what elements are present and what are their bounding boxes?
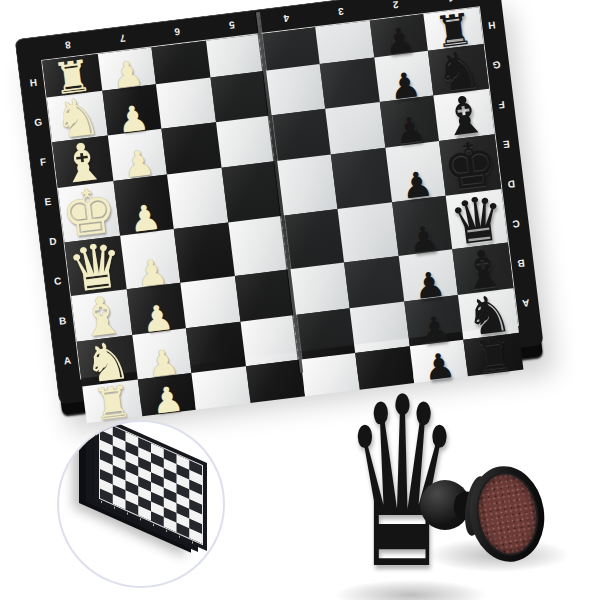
square-d5	[228, 215, 289, 276]
white-pawn-b7: ♟	[145, 346, 180, 383]
square-d3	[337, 202, 398, 263]
file-label-e: E	[496, 124, 518, 166]
black-pawn-f2: ♟	[393, 113, 428, 150]
white-pawn-d7: ♟	[134, 255, 169, 292]
black-pawn-c2: ♟	[412, 267, 447, 304]
rank-label-4: 4	[258, 7, 315, 31]
square-c5	[235, 270, 295, 322]
square-b6	[186, 321, 246, 373]
file-label-g: G	[486, 45, 508, 87]
square-c4	[290, 263, 350, 315]
file-label-g: G	[27, 101, 49, 143]
file-label-c: C	[47, 260, 69, 302]
file-label-a: A	[515, 283, 537, 325]
square-c3	[344, 256, 404, 308]
white-pawn-a7: ♟	[150, 382, 185, 419]
file-label-c: C	[505, 203, 527, 245]
square-g5	[211, 71, 271, 123]
white-pawn-g7: ♟	[116, 101, 151, 138]
file-label-b: B	[510, 243, 532, 285]
rank-label-6: 6	[149, 20, 206, 44]
black-pawn-b2: ♟	[417, 312, 452, 349]
square-e4	[276, 154, 337, 215]
square-f4	[271, 109, 331, 161]
rank-label-5: 5	[203, 13, 260, 37]
black-rook-a1: ♜	[472, 334, 515, 379]
square-d6	[174, 222, 235, 283]
white-pawn-e7: ♟	[128, 201, 163, 238]
black-pawn-d2: ♟	[406, 222, 441, 259]
square-e5	[222, 161, 283, 222]
chess-board: 87654321 87654321 HGFEDCBA HGFEDCBA ♜♟♟♜…	[14, 0, 543, 404]
board-frame: 87654321 87654321 HGFEDCBA HGFEDCBA ♜♟♟♜…	[14, 0, 543, 404]
file-label-h: H	[22, 61, 44, 103]
black-pawn-g2: ♟	[387, 68, 422, 105]
white-pawn-f7: ♟	[121, 146, 156, 183]
white-rook-a8: ♜	[91, 381, 134, 426]
inset-circle-badge	[57, 420, 225, 588]
file-label-d: D	[500, 164, 522, 206]
square-f3	[325, 102, 385, 154]
black-pawn-e2: ♟	[400, 168, 435, 205]
inset-folded-board	[95, 420, 207, 551]
square-g4	[265, 64, 325, 116]
square-a5	[246, 360, 305, 403]
square-a7: ♟	[137, 373, 196, 416]
square-e6	[167, 167, 228, 228]
file-label-e: E	[37, 180, 59, 222]
product-photo: 87654321 87654321 HGFEDCBA HGFEDCBA ♜♟♟♜…	[0, 0, 600, 600]
square-b5	[241, 315, 301, 367]
square-d4	[283, 209, 344, 270]
file-label-a: A	[57, 339, 79, 381]
white-pawn-h7: ♟	[110, 56, 145, 93]
file-label-b: B	[52, 299, 74, 341]
file-label-h: H	[481, 5, 503, 47]
square-f6	[162, 122, 222, 174]
file-label-f: F	[32, 141, 54, 183]
square-c6	[181, 276, 241, 328]
file-label-d: D	[42, 220, 64, 262]
lying-pawn-with-magnet-base	[408, 448, 568, 573]
rank-label-7: 7	[94, 27, 151, 51]
square-b3	[349, 301, 409, 353]
rank-label-3: 3	[313, 0, 370, 23]
file-label-f: F	[491, 84, 513, 126]
black-pawn-h2: ♟	[382, 23, 417, 60]
square-a6	[192, 366, 251, 409]
square-g6	[156, 77, 216, 129]
square-g3	[319, 57, 379, 109]
white-pawn-c7: ♟	[140, 301, 175, 338]
square-e3	[331, 147, 392, 208]
square-f5	[216, 116, 276, 168]
